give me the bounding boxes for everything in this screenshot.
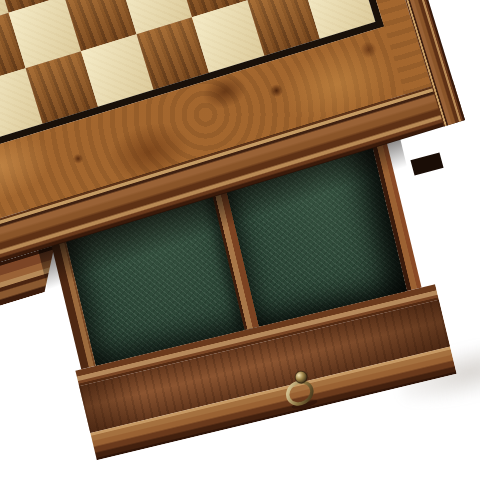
chess-table-photo [0, 0, 480, 480]
drawer-opening-shadow-right [410, 152, 443, 175]
